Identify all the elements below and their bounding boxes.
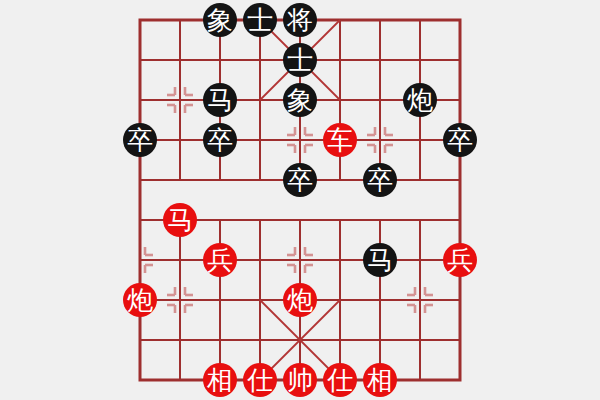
piece-black-horse-2[interactable]: 马 bbox=[363, 243, 397, 277]
piece-black-elephant-2[interactable]: 象 bbox=[283, 83, 317, 117]
xiangqi-board[interactable]: 象士将士马象炮卒卒车卒卒卒马兵马兵炮炮相仕帅仕相 bbox=[0, 0, 600, 400]
piece-black-pawn-3[interactable]: 卒 bbox=[443, 123, 477, 157]
piece-black-advisor-1[interactable]: 士 bbox=[243, 3, 277, 37]
piece-black-elephant-1[interactable]: 象 bbox=[203, 3, 237, 37]
piece-red-elephant-1[interactable]: 相 bbox=[203, 363, 237, 397]
piece-red-advisor-1[interactable]: 仕 bbox=[243, 363, 277, 397]
piece-red-cannon-1[interactable]: 炮 bbox=[123, 283, 157, 317]
piece-red-general[interactable]: 帅 bbox=[283, 363, 317, 397]
pieces-layer: 象士将士马象炮卒卒车卒卒卒马兵马兵炮炮相仕帅仕相 bbox=[0, 0, 600, 400]
piece-black-general[interactable]: 将 bbox=[283, 3, 317, 37]
piece-red-elephant-2[interactable]: 相 bbox=[363, 363, 397, 397]
piece-black-advisor-2[interactable]: 士 bbox=[283, 43, 317, 77]
piece-red-pawn-1[interactable]: 兵 bbox=[203, 243, 237, 277]
piece-black-horse-1[interactable]: 马 bbox=[203, 83, 237, 117]
piece-black-pawn-1[interactable]: 卒 bbox=[123, 123, 157, 157]
piece-red-horse[interactable]: 马 bbox=[163, 203, 197, 237]
piece-black-pawn-2[interactable]: 卒 bbox=[203, 123, 237, 157]
piece-red-pawn-2[interactable]: 兵 bbox=[443, 243, 477, 277]
piece-red-chariot[interactable]: 车 bbox=[323, 123, 357, 157]
piece-red-advisor-2[interactable]: 仕 bbox=[323, 363, 357, 397]
piece-black-pawn-5[interactable]: 卒 bbox=[363, 163, 397, 197]
piece-black-cannon[interactable]: 炮 bbox=[403, 83, 437, 117]
piece-black-pawn-4[interactable]: 卒 bbox=[283, 163, 317, 197]
piece-red-cannon-2[interactable]: 炮 bbox=[283, 283, 317, 317]
